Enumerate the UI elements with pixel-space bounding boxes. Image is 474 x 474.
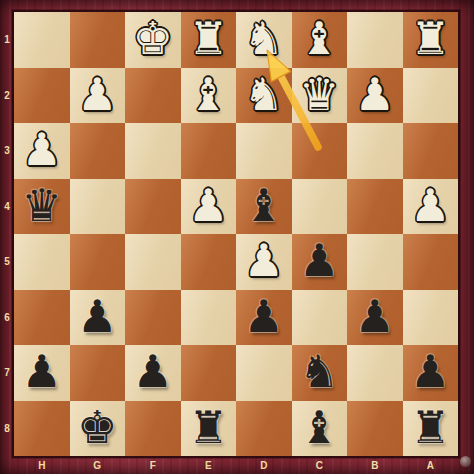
piece-white-pawn-a4[interactable]: ♟ <box>410 183 450 228</box>
square-f6[interactable] <box>125 290 181 346</box>
square-b7[interactable] <box>347 345 403 401</box>
square-c5[interactable]: ♟ <box>292 234 348 290</box>
piece-black-rook-e8[interactable]: ♜ <box>188 405 228 450</box>
square-c1[interactable]: ♝ <box>292 12 348 68</box>
piece-black-bishop-d4[interactable]: ♝ <box>244 183 284 228</box>
file-label-b: B <box>347 456 403 474</box>
piece-white-rook-e1[interactable]: ♜ <box>188 16 228 61</box>
square-g7[interactable] <box>70 345 126 401</box>
square-g6[interactable]: ♟ <box>70 290 126 346</box>
piece-black-pawn-b6[interactable]: ♟ <box>355 294 395 339</box>
piece-black-king-g8[interactable]: ♚ <box>77 405 117 450</box>
piece-white-pawn-e4[interactable]: ♟ <box>188 183 228 228</box>
square-g8[interactable]: ♚ <box>70 401 126 457</box>
square-f8[interactable] <box>125 401 181 457</box>
square-e6[interactable] <box>181 290 237 346</box>
chess-board-frame: 1 2 3 4 5 6 7 8 ♚♜♞♝♜♟♝♞♛♟♟♛♟♝♟♟♟♟♟♟♟♟♞♟… <box>0 0 474 474</box>
rank-label-4: 4 <box>0 179 14 235</box>
square-e3[interactable] <box>181 123 237 179</box>
rank-label-7: 7 <box>0 345 14 401</box>
square-g1[interactable] <box>70 12 126 68</box>
piece-white-pawn-b2[interactable]: ♟ <box>355 72 395 117</box>
file-label-f: F <box>125 456 181 474</box>
square-d2[interactable]: ♞ <box>236 68 292 124</box>
square-g3[interactable] <box>70 123 126 179</box>
square-c3[interactable] <box>292 123 348 179</box>
file-label-h: H <box>14 456 70 474</box>
piece-black-pawn-h7[interactable]: ♟ <box>22 349 62 394</box>
piece-white-king-f1[interactable]: ♚ <box>133 16 173 61</box>
square-h5[interactable] <box>14 234 70 290</box>
square-f1[interactable]: ♚ <box>125 12 181 68</box>
square-d4[interactable]: ♝ <box>236 179 292 235</box>
square-h6[interactable] <box>14 290 70 346</box>
square-c2[interactable]: ♛ <box>292 68 348 124</box>
square-d5[interactable]: ♟ <box>236 234 292 290</box>
square-d6[interactable]: ♟ <box>236 290 292 346</box>
piece-black-rook-a8[interactable]: ♜ <box>410 405 450 450</box>
square-b2[interactable]: ♟ <box>347 68 403 124</box>
square-b1[interactable] <box>347 12 403 68</box>
square-a6[interactable] <box>403 290 459 346</box>
file-labels: H G F E D C B A <box>14 456 458 474</box>
square-e7[interactable] <box>181 345 237 401</box>
square-f4[interactable] <box>125 179 181 235</box>
file-label-e: E <box>181 456 237 474</box>
square-b5[interactable] <box>347 234 403 290</box>
file-label-g: G <box>70 456 126 474</box>
rank-labels: 1 2 3 4 5 6 7 8 <box>0 12 14 456</box>
square-a3[interactable] <box>403 123 459 179</box>
square-b6[interactable]: ♟ <box>347 290 403 346</box>
piece-white-queen-c2[interactable]: ♛ <box>299 72 339 117</box>
file-label-d: D <box>236 456 292 474</box>
file-label-a: A <box>403 456 459 474</box>
square-a2[interactable] <box>403 68 459 124</box>
square-f7[interactable]: ♟ <box>125 345 181 401</box>
piece-black-pawn-g6[interactable]: ♟ <box>77 294 117 339</box>
rank-label-1: 1 <box>0 12 14 68</box>
square-f3[interactable] <box>125 123 181 179</box>
square-g5[interactable] <box>70 234 126 290</box>
square-g4[interactable] <box>70 179 126 235</box>
square-e1[interactable]: ♜ <box>181 12 237 68</box>
rank-label-6: 6 <box>0 290 14 346</box>
square-f5[interactable] <box>125 234 181 290</box>
square-e8[interactable]: ♜ <box>181 401 237 457</box>
piece-white-pawn-h3[interactable]: ♟ <box>22 127 62 172</box>
piece-black-pawn-a7[interactable]: ♟ <box>410 349 450 394</box>
file-label-c: C <box>292 456 348 474</box>
rank-label-5: 5 <box>0 234 14 290</box>
square-c8[interactable]: ♝ <box>292 401 348 457</box>
square-a7[interactable]: ♟ <box>403 345 459 401</box>
square-d3[interactable] <box>236 123 292 179</box>
square-b8[interactable] <box>347 401 403 457</box>
piece-black-pawn-f7[interactable]: ♟ <box>133 349 173 394</box>
square-h4[interactable]: ♛ <box>14 179 70 235</box>
square-a8[interactable]: ♜ <box>403 401 459 457</box>
square-c4[interactable] <box>292 179 348 235</box>
piece-white-bishop-e2[interactable]: ♝ <box>188 72 228 117</box>
piece-white-knight-d2[interactable]: ♞ <box>244 72 284 117</box>
square-a4[interactable]: ♟ <box>403 179 459 235</box>
piece-black-pawn-c5[interactable]: ♟ <box>299 238 339 283</box>
piece-black-bishop-c8[interactable]: ♝ <box>299 405 339 450</box>
square-a5[interactable] <box>403 234 459 290</box>
piece-black-pawn-d6[interactable]: ♟ <box>244 294 284 339</box>
chess-board[interactable]: ♚♜♞♝♜♟♝♞♛♟♟♛♟♝♟♟♟♟♟♟♟♟♞♟♚♜♝♜ <box>14 12 458 456</box>
square-e5[interactable] <box>181 234 237 290</box>
square-h1[interactable] <box>14 12 70 68</box>
piece-black-queen-h4[interactable]: ♛ <box>22 183 62 228</box>
square-d8[interactable] <box>236 401 292 457</box>
square-h2[interactable] <box>14 68 70 124</box>
square-f2[interactable] <box>125 68 181 124</box>
square-h3[interactable]: ♟ <box>14 123 70 179</box>
square-d7[interactable] <box>236 345 292 401</box>
square-d1[interactable]: ♞ <box>236 12 292 68</box>
piece-white-knight-d1[interactable]: ♞ <box>244 16 284 61</box>
square-e2[interactable]: ♝ <box>181 68 237 124</box>
square-a1[interactable]: ♜ <box>403 12 459 68</box>
rank-label-2: 2 <box>0 68 14 124</box>
piece-white-pawn-d5[interactable]: ♟ <box>244 238 284 283</box>
square-h7[interactable]: ♟ <box>14 345 70 401</box>
square-e4[interactable]: ♟ <box>181 179 237 235</box>
square-h8[interactable] <box>14 401 70 457</box>
square-b3[interactable] <box>347 123 403 179</box>
square-c6[interactable] <box>292 290 348 346</box>
piece-white-rook-a1[interactable]: ♜ <box>410 16 450 61</box>
rank-label-3: 3 <box>0 123 14 179</box>
piece-black-knight-c7[interactable]: ♞ <box>299 349 339 394</box>
square-g2[interactable]: ♟ <box>70 68 126 124</box>
square-c7[interactable]: ♞ <box>292 345 348 401</box>
rank-label-8: 8 <box>0 401 14 457</box>
corner-dot <box>460 456 471 467</box>
square-b4[interactable] <box>347 179 403 235</box>
piece-white-pawn-g2[interactable]: ♟ <box>77 72 117 117</box>
piece-white-bishop-c1[interactable]: ♝ <box>299 16 339 61</box>
